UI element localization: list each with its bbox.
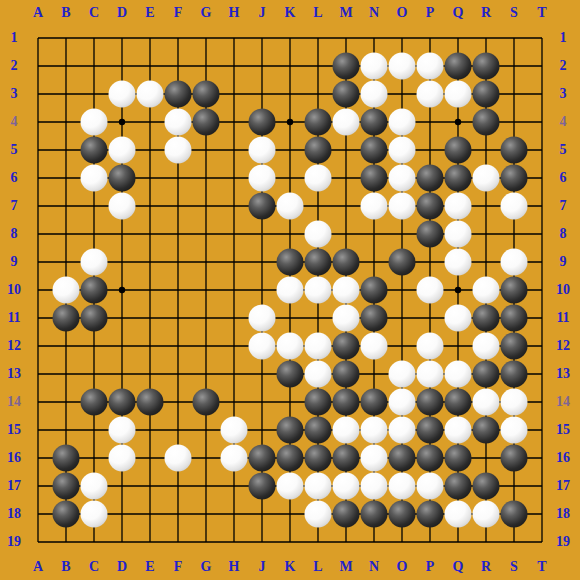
col-label-bottom: G [201, 560, 212, 574]
stone-white[interactable]: ○ [333, 417, 360, 444]
row-label-right: 14 [556, 395, 570, 409]
col-label-top: A [33, 6, 43, 20]
stone-white[interactable]: ○ [473, 333, 500, 360]
stone-white[interactable]: ○ [221, 417, 248, 444]
col-label-bottom: B [61, 560, 70, 574]
row-label-left: 6 [11, 171, 18, 185]
row-label-left: 8 [11, 227, 18, 241]
col-label-bottom: F [174, 560, 183, 574]
stone-white[interactable]: ○ [389, 137, 416, 164]
stone-white[interactable]: ○ [389, 389, 416, 416]
stone-white[interactable]: ○ [445, 221, 472, 248]
col-label-top: H [229, 6, 240, 20]
stone-black[interactable]: ● [389, 249, 416, 276]
stone-white[interactable]: ○ [417, 81, 444, 108]
row-label-left: 15 [7, 423, 21, 437]
stone-white[interactable]: ○ [445, 417, 472, 444]
stone-black[interactable]: ● [193, 81, 220, 108]
stone-black[interactable]: ● [333, 445, 360, 472]
row-label-left: 14 [7, 395, 21, 409]
stone-black[interactable]: ● [249, 193, 276, 220]
stone-white[interactable]: ○ [333, 305, 360, 332]
row-label-right: 4 [560, 115, 567, 129]
stone-white[interactable]: ○ [501, 249, 528, 276]
col-label-bottom: E [145, 560, 154, 574]
stone-white[interactable]: ○ [109, 445, 136, 472]
stone-white[interactable]: ○ [305, 501, 332, 528]
stone-white[interactable]: ○ [81, 165, 108, 192]
stone-black[interactable]: ● [361, 277, 388, 304]
stone-white[interactable]: ○ [249, 333, 276, 360]
row-label-left: 16 [7, 451, 21, 465]
stone-white[interactable]: ○ [417, 361, 444, 388]
col-label-top: Q [453, 6, 464, 20]
stone-black[interactable]: ● [417, 417, 444, 444]
stone-black[interactable]: ● [305, 389, 332, 416]
stone-black[interactable]: ● [333, 333, 360, 360]
stone-white[interactable]: ○ [417, 277, 444, 304]
stone-black[interactable]: ● [417, 165, 444, 192]
stone-white[interactable]: ○ [389, 109, 416, 136]
stone-black[interactable]: ● [53, 473, 80, 500]
stone-white[interactable]: ○ [249, 137, 276, 164]
stone-black[interactable]: ● [361, 109, 388, 136]
stone-black[interactable]: ● [137, 389, 164, 416]
star-point [119, 119, 125, 125]
stone-white[interactable]: ○ [445, 361, 472, 388]
stone-white[interactable]: ○ [473, 389, 500, 416]
stone-white[interactable]: ○ [501, 193, 528, 220]
row-label-right: 3 [560, 87, 567, 101]
stone-black[interactable]: ● [501, 277, 528, 304]
row-label-right: 7 [560, 199, 567, 213]
stone-white[interactable]: ○ [109, 137, 136, 164]
stone-black[interactable]: ● [305, 137, 332, 164]
star-point [287, 119, 293, 125]
stone-white[interactable]: ○ [277, 193, 304, 220]
stone-black[interactable]: ● [249, 109, 276, 136]
row-label-right: 9 [560, 255, 567, 269]
stone-black[interactable]: ● [305, 109, 332, 136]
stone-black[interactable]: ● [249, 445, 276, 472]
row-label-right: 17 [556, 479, 570, 493]
stone-white[interactable]: ○ [165, 137, 192, 164]
col-label-top: C [89, 6, 99, 20]
row-label-left: 3 [11, 87, 18, 101]
col-label-top: P [426, 6, 435, 20]
stone-black[interactable]: ● [501, 501, 528, 528]
stone-white[interactable]: ○ [445, 501, 472, 528]
stone-white[interactable]: ○ [333, 109, 360, 136]
stone-white[interactable]: ○ [417, 53, 444, 80]
col-label-bottom: O [397, 560, 408, 574]
row-label-left: 13 [7, 367, 21, 381]
row-label-right: 16 [556, 451, 570, 465]
stone-white[interactable]: ○ [389, 193, 416, 220]
row-label-left: 5 [11, 143, 18, 157]
stone-black[interactable]: ● [445, 389, 472, 416]
stone-white[interactable]: ○ [501, 389, 528, 416]
stone-white[interactable]: ○ [305, 221, 332, 248]
stone-white[interactable]: ○ [333, 473, 360, 500]
star-point [455, 119, 461, 125]
row-label-right: 2 [560, 59, 567, 73]
stone-black[interactable]: ● [473, 109, 500, 136]
col-label-bottom: H [229, 560, 240, 574]
row-label-right: 13 [556, 367, 570, 381]
stone-black[interactable]: ● [361, 137, 388, 164]
stone-white[interactable]: ○ [501, 417, 528, 444]
col-label-top: J [259, 6, 266, 20]
row-label-right: 1 [560, 31, 567, 45]
stone-white[interactable]: ○ [305, 277, 332, 304]
stone-white[interactable]: ○ [81, 249, 108, 276]
stone-white[interactable]: ○ [389, 473, 416, 500]
stone-white[interactable]: ○ [305, 333, 332, 360]
stone-black[interactable]: ● [417, 193, 444, 220]
col-label-bottom: T [537, 560, 546, 574]
stone-black[interactable]: ● [417, 445, 444, 472]
row-label-left: 19 [7, 535, 21, 549]
col-label-bottom: N [369, 560, 379, 574]
col-label-top: B [61, 6, 70, 20]
stone-white[interactable]: ○ [361, 81, 388, 108]
stone-white[interactable]: ○ [109, 417, 136, 444]
stone-black[interactable]: ● [193, 109, 220, 136]
col-label-bottom: Q [453, 560, 464, 574]
stone-black[interactable]: ● [445, 165, 472, 192]
stone-black[interactable]: ● [361, 389, 388, 416]
stone-white[interactable]: ○ [417, 333, 444, 360]
row-label-right: 11 [556, 311, 569, 325]
row-label-right: 5 [560, 143, 567, 157]
stone-black[interactable]: ● [333, 501, 360, 528]
stone-black[interactable]: ● [165, 81, 192, 108]
col-label-bottom: J [259, 560, 266, 574]
stone-black[interactable]: ● [333, 389, 360, 416]
stone-white[interactable]: ○ [221, 445, 248, 472]
row-label-left: 1 [11, 31, 18, 45]
stone-black[interactable]: ● [277, 417, 304, 444]
stone-black[interactable]: ● [361, 501, 388, 528]
stone-white[interactable]: ○ [445, 249, 472, 276]
col-label-bottom: R [481, 560, 491, 574]
star-point [455, 287, 461, 293]
star-point [119, 287, 125, 293]
stone-black[interactable]: ● [445, 137, 472, 164]
col-label-top: O [397, 6, 408, 20]
col-label-top: N [369, 6, 379, 20]
stone-black[interactable]: ● [473, 53, 500, 80]
stone-white[interactable]: ○ [417, 473, 444, 500]
col-label-top: G [201, 6, 212, 20]
stone-black[interactable]: ● [81, 277, 108, 304]
stone-black[interactable]: ● [277, 361, 304, 388]
col-label-top: S [510, 6, 518, 20]
stone-black[interactable]: ● [501, 445, 528, 472]
stone-white[interactable]: ○ [361, 193, 388, 220]
stone-black[interactable]: ● [53, 501, 80, 528]
stone-black[interactable]: ● [389, 445, 416, 472]
stone-white[interactable]: ○ [389, 417, 416, 444]
stone-black[interactable]: ● [305, 445, 332, 472]
col-label-top: M [339, 6, 352, 20]
stone-white[interactable]: ○ [81, 501, 108, 528]
stone-black[interactable]: ● [333, 249, 360, 276]
stone-white[interactable]: ○ [473, 501, 500, 528]
row-label-right: 8 [560, 227, 567, 241]
row-label-right: 18 [556, 507, 570, 521]
stone-white[interactable]: ○ [445, 81, 472, 108]
stone-white[interactable]: ○ [473, 165, 500, 192]
stone-black[interactable]: ● [445, 445, 472, 472]
stone-black[interactable]: ● [501, 165, 528, 192]
col-label-bottom: K [285, 560, 296, 574]
go-board: AABBCCDDEEFFGGHHJJKKLLMMNNOOPPQQRRSSTT11… [0, 0, 580, 580]
col-label-top: E [145, 6, 154, 20]
row-label-left: 11 [7, 311, 20, 325]
row-label-left: 17 [7, 479, 21, 493]
stone-white[interactable]: ○ [361, 445, 388, 472]
row-label-left: 12 [7, 339, 21, 353]
col-label-bottom: S [510, 560, 518, 574]
col-label-bottom: L [313, 560, 322, 574]
stone-black[interactable]: ● [417, 389, 444, 416]
stone-white[interactable]: ○ [389, 165, 416, 192]
stone-white[interactable]: ○ [53, 277, 80, 304]
stone-black[interactable]: ● [277, 249, 304, 276]
stone-white[interactable]: ○ [361, 417, 388, 444]
stone-white[interactable]: ○ [473, 277, 500, 304]
stone-black[interactable]: ● [333, 53, 360, 80]
stone-black[interactable]: ● [53, 305, 80, 332]
stone-white[interactable]: ○ [277, 333, 304, 360]
stone-black[interactable]: ● [361, 305, 388, 332]
stone-black[interactable]: ● [445, 473, 472, 500]
col-label-top: F [174, 6, 183, 20]
stone-black[interactable]: ● [81, 305, 108, 332]
stone-white[interactable]: ○ [389, 361, 416, 388]
row-label-right: 10 [556, 283, 570, 297]
stone-black[interactable]: ● [501, 305, 528, 332]
row-label-left: 2 [11, 59, 18, 73]
row-label-right: 15 [556, 423, 570, 437]
col-label-top: D [117, 6, 127, 20]
row-label-left: 10 [7, 283, 21, 297]
col-label-top: R [481, 6, 491, 20]
stone-black[interactable]: ● [417, 221, 444, 248]
stone-black[interactable]: ● [501, 137, 528, 164]
stone-black[interactable]: ● [305, 249, 332, 276]
stone-black[interactable]: ● [333, 361, 360, 388]
stone-white[interactable]: ○ [361, 53, 388, 80]
stone-white[interactable]: ○ [109, 193, 136, 220]
stone-white[interactable]: ○ [305, 165, 332, 192]
col-label-bottom: D [117, 560, 127, 574]
stone-black[interactable]: ● [501, 333, 528, 360]
stone-black[interactable]: ● [445, 53, 472, 80]
stone-black[interactable]: ● [249, 473, 276, 500]
stone-black[interactable]: ● [389, 501, 416, 528]
stone-black[interactable]: ● [109, 165, 136, 192]
stone-white[interactable]: ○ [389, 53, 416, 80]
col-label-bottom: C [89, 560, 99, 574]
stone-white[interactable]: ○ [109, 81, 136, 108]
stone-black[interactable]: ● [473, 417, 500, 444]
stone-white[interactable]: ○ [165, 109, 192, 136]
stone-white[interactable]: ○ [305, 361, 332, 388]
stone-white[interactable]: ○ [361, 473, 388, 500]
stone-black[interactable]: ● [81, 137, 108, 164]
col-label-bottom: P [426, 560, 435, 574]
stone-white[interactable]: ○ [81, 473, 108, 500]
stone-black[interactable]: ● [473, 81, 500, 108]
stone-white[interactable]: ○ [445, 193, 472, 220]
stone-white[interactable]: ○ [333, 277, 360, 304]
stone-black[interactable]: ● [53, 445, 80, 472]
col-label-bottom: A [33, 560, 43, 574]
row-label-left: 18 [7, 507, 21, 521]
stone-white[interactable]: ○ [81, 109, 108, 136]
stone-white[interactable]: ○ [361, 333, 388, 360]
stone-black[interactable]: ● [417, 501, 444, 528]
stone-white[interactable]: ○ [165, 445, 192, 472]
row-label-left: 9 [11, 255, 18, 269]
stone-black[interactable]: ● [109, 389, 136, 416]
stone-black[interactable]: ● [81, 389, 108, 416]
col-label-bottom: M [339, 560, 352, 574]
row-label-right: 19 [556, 535, 570, 549]
stone-white[interactable]: ○ [249, 165, 276, 192]
stone-black[interactable]: ● [333, 81, 360, 108]
row-label-right: 6 [560, 171, 567, 185]
stone-black[interactable]: ● [473, 305, 500, 332]
stone-black[interactable]: ● [193, 389, 220, 416]
stone-black[interactable]: ● [305, 417, 332, 444]
stone-black[interactable]: ● [473, 473, 500, 500]
stone-black[interactable]: ● [473, 361, 500, 388]
stone-white[interactable]: ○ [445, 305, 472, 332]
stone-white[interactable]: ○ [277, 473, 304, 500]
row-label-left: 4 [11, 115, 18, 129]
row-label-right: 12 [556, 339, 570, 353]
stone-white[interactable]: ○ [305, 473, 332, 500]
stone-black[interactable]: ● [277, 445, 304, 472]
col-label-top: L [313, 6, 322, 20]
stone-white[interactable]: ○ [277, 277, 304, 304]
stone-black[interactable]: ● [361, 165, 388, 192]
row-label-left: 7 [11, 199, 18, 213]
stone-white[interactable]: ○ [137, 81, 164, 108]
stone-black[interactable]: ● [501, 361, 528, 388]
col-label-top: T [537, 6, 546, 20]
stone-white[interactable]: ○ [249, 305, 276, 332]
col-label-top: K [285, 6, 296, 20]
